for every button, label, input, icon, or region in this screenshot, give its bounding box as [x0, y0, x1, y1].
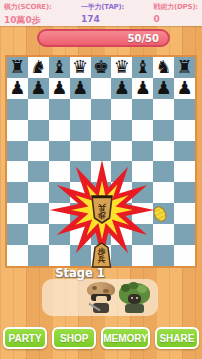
party-panel — [42, 279, 158, 316]
board-cell[interactable]: ♟ — [132, 78, 153, 99]
party-button[interactable]: PARTY — [3, 327, 47, 349]
stats-bar: 棋力(SCORE): 10萬0歩 一手力(TAP): 174 戦術力(DPS):… — [0, 0, 202, 26]
chess-piece: ♛ — [72, 57, 88, 77]
ninja-eye — [131, 297, 133, 299]
dps-label: 戦術力(DPS): — [154, 2, 198, 12]
board-cell[interactable] — [7, 141, 28, 162]
board-cell[interactable] — [174, 182, 195, 203]
hp-value: 50/50 — [128, 33, 159, 44]
chess-piece: ♟ — [51, 78, 67, 98]
board-cell[interactable]: ♟ — [7, 78, 28, 99]
board-cell[interactable]: ♚ — [91, 57, 112, 78]
foliage-spot — [129, 282, 138, 289]
board-cell[interactable] — [132, 99, 153, 120]
shop-button[interactable]: SHOP — [52, 327, 96, 349]
party-avatar-hat-samurai[interactable] — [86, 282, 117, 313]
board-cell[interactable]: ♟ — [153, 78, 174, 99]
ninja-body — [125, 304, 144, 313]
board-cell[interactable] — [7, 182, 28, 203]
board-cell[interactable]: ♛ — [111, 57, 132, 78]
stage-label: Stage 1 — [30, 266, 130, 280]
board-cell[interactable] — [174, 203, 195, 224]
party-avatar-leaf-ninja[interactable] — [119, 282, 150, 313]
board-cell[interactable] — [153, 99, 174, 120]
dps-value: 0 — [154, 14, 198, 24]
chess-piece: ♟ — [30, 78, 46, 98]
score-value: 10萬0歩 — [4, 14, 52, 27]
score-label: 棋力(SCORE): — [4, 2, 52, 12]
board-cell[interactable]: ♟ — [28, 78, 49, 99]
chess-piece: ♟ — [156, 78, 172, 98]
board-cell[interactable] — [174, 141, 195, 162]
board-cell[interactable]: ♞ — [28, 57, 49, 78]
chess-piece: ♝ — [135, 57, 151, 77]
board-cell[interactable] — [91, 120, 112, 141]
board-cell[interactable]: ♟ — [70, 78, 91, 99]
foliage-spot — [137, 285, 147, 293]
board-cell[interactable]: ♜ — [174, 57, 195, 78]
board-cell[interactable]: ♟ — [111, 78, 132, 99]
board-cell[interactable] — [111, 120, 132, 141]
enemy-pawn-kanji: 歩兵 — [97, 203, 107, 219]
board-cell[interactable]: ♛ — [70, 57, 91, 78]
chess-piece: ♟ — [114, 78, 130, 98]
board-cell[interactable] — [174, 161, 195, 182]
board-cell[interactable] — [91, 99, 112, 120]
board-cell[interactable] — [28, 99, 49, 120]
board-cell[interactable]: ♟ — [174, 78, 195, 99]
board-cell[interactable] — [7, 245, 28, 266]
chess-piece: ♚ — [93, 57, 109, 77]
stat-tap: 一手力(TAP): 174 — [81, 2, 124, 26]
chess-piece: ♟ — [9, 78, 25, 98]
chess-piece: ♜ — [9, 57, 25, 77]
chess-piece: ♝ — [51, 57, 67, 77]
stat-score: 棋力(SCORE): 10萬0歩 — [4, 2, 52, 26]
chess-piece: ♟ — [135, 78, 151, 98]
board-cell[interactable] — [153, 120, 174, 141]
hat-spot — [92, 286, 97, 290]
enemy-hp-bar: 50/50 — [37, 29, 170, 47]
board-cell[interactable] — [91, 78, 112, 99]
game-screen: 棋力(SCORE): 10萬0歩 一手力(TAP): 174 戦術力(DPS):… — [0, 0, 202, 359]
board-cell[interactable] — [70, 120, 91, 141]
board-cell[interactable] — [70, 99, 91, 120]
chess-piece: ♛ — [114, 57, 130, 77]
board-cell[interactable] — [174, 99, 195, 120]
memory-button[interactable]: MEMORY — [101, 327, 150, 349]
board-cell[interactable] — [7, 161, 28, 182]
board-cell[interactable]: ♝ — [49, 57, 70, 78]
board-cell[interactable]: ♝ — [132, 57, 153, 78]
tap-label: 一手力(TAP): — [81, 2, 124, 12]
board-cell[interactable]: ♟ — [49, 78, 70, 99]
chess-piece: ♞ — [156, 57, 172, 77]
board-cell[interactable] — [28, 120, 49, 141]
stat-dps: 戦術力(DPS): 0 — [154, 2, 198, 26]
chess-piece: ♟ — [72, 78, 88, 98]
share-button[interactable]: SHARE — [155, 327, 199, 349]
chess-piece: ♞ — [30, 57, 46, 77]
board-cell[interactable] — [7, 99, 28, 120]
bottom-menu: PARTY SHOP MEMORY SHARE — [3, 327, 199, 349]
board-cell[interactable] — [132, 120, 153, 141]
player-pawn-kanji: 歩兵 — [97, 248, 107, 264]
board-cell[interactable] — [49, 99, 70, 120]
chess-piece: ♟ — [176, 78, 192, 98]
chess-piece: ♜ — [176, 57, 192, 77]
enemy-shogi-pawn[interactable]: 歩兵 — [90, 194, 114, 224]
ninja-face — [128, 294, 141, 304]
board-cell[interactable] — [174, 120, 195, 141]
board-cell[interactable]: ♞ — [153, 57, 174, 78]
board-cell[interactable]: ♜ — [7, 57, 28, 78]
tap-value: 174 — [81, 14, 124, 24]
board-cell[interactable] — [49, 120, 70, 141]
player-shogi-pawn: 歩兵 — [91, 242, 112, 268]
board-cell[interactable] — [174, 245, 195, 266]
board-cell[interactable] — [7, 224, 28, 245]
board-cell[interactable] — [7, 203, 28, 224]
ninja-eye — [136, 297, 138, 299]
board-cell[interactable] — [111, 99, 132, 120]
board-cell[interactable] — [7, 120, 28, 141]
hat-spot — [103, 289, 109, 293]
board-cell[interactable] — [174, 224, 195, 245]
